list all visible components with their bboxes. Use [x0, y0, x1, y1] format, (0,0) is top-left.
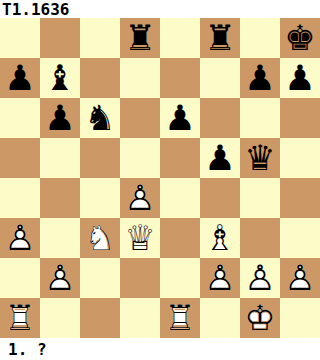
- square-e1[interactable]: ♜♖: [160, 298, 200, 338]
- square-d8[interactable]: ♜: [120, 18, 160, 58]
- move-prompt: 1. ?: [0, 338, 320, 360]
- white-pawn-outline: ♙: [280, 258, 320, 298]
- black-pawn-glyph: ♟: [40, 98, 80, 138]
- square-e2[interactable]: [160, 258, 200, 298]
- square-f5[interactable]: ♟: [200, 138, 240, 178]
- chess-diagram-page: T1.1636 ♜♜♚♟♝♟♟♟♞♟♟♛♟♙♟♙♞♘♛♕♝♗♟♙♟♙♟♙♟♙♜♖…: [0, 0, 320, 360]
- square-b3[interactable]: [40, 218, 80, 258]
- black-pawn-glyph: ♟: [200, 138, 240, 178]
- square-h7[interactable]: ♟: [280, 58, 320, 98]
- square-g5[interactable]: ♛: [240, 138, 280, 178]
- square-b5[interactable]: [40, 138, 80, 178]
- square-a1[interactable]: ♜♖: [0, 298, 40, 338]
- square-f6[interactable]: [200, 98, 240, 138]
- square-h6[interactable]: [280, 98, 320, 138]
- piece-white-pawn: ♟♙: [40, 258, 80, 298]
- piece-white-rook: ♜♖: [0, 298, 40, 338]
- piece-white-king: ♚♔: [240, 298, 280, 338]
- square-h8[interactable]: ♚: [280, 18, 320, 58]
- black-rook-glyph: ♜: [200, 18, 240, 58]
- square-a2[interactable]: [0, 258, 40, 298]
- square-h5[interactable]: [280, 138, 320, 178]
- piece-white-pawn: ♟♙: [280, 258, 320, 298]
- square-b8[interactable]: [40, 18, 80, 58]
- white-pawn-outline: ♙: [0, 218, 40, 258]
- white-rook-outline: ♖: [0, 298, 40, 338]
- square-g4[interactable]: [240, 178, 280, 218]
- square-g2[interactable]: ♟♙: [240, 258, 280, 298]
- square-e6[interactable]: ♟: [160, 98, 200, 138]
- square-f4[interactable]: [200, 178, 240, 218]
- square-c4[interactable]: [80, 178, 120, 218]
- square-f1[interactable]: [200, 298, 240, 338]
- square-d3[interactable]: ♛♕: [120, 218, 160, 258]
- black-pawn-glyph: ♟: [0, 58, 40, 98]
- square-g6[interactable]: [240, 98, 280, 138]
- square-e4[interactable]: [160, 178, 200, 218]
- square-b1[interactable]: [40, 298, 80, 338]
- square-b2[interactable]: ♟♙: [40, 258, 80, 298]
- square-c2[interactable]: [80, 258, 120, 298]
- piece-white-pawn: ♟♙: [0, 218, 40, 258]
- square-a6[interactable]: [0, 98, 40, 138]
- square-d5[interactable]: [120, 138, 160, 178]
- square-a4[interactable]: [0, 178, 40, 218]
- piece-white-bishop: ♝♗: [200, 218, 240, 258]
- black-king-glyph: ♚: [280, 18, 320, 58]
- square-e8[interactable]: [160, 18, 200, 58]
- black-knight-glyph: ♞: [80, 98, 120, 138]
- square-d1[interactable]: [120, 298, 160, 338]
- square-b7[interactable]: ♝: [40, 58, 80, 98]
- square-c3[interactable]: ♞♘: [80, 218, 120, 258]
- piece-white-pawn: ♟♙: [240, 258, 280, 298]
- black-queen-glyph: ♛: [240, 138, 280, 178]
- square-h4[interactable]: [280, 178, 320, 218]
- square-e5[interactable]: [160, 138, 200, 178]
- black-pawn-glyph: ♟: [160, 98, 200, 138]
- piece-black-king: ♚: [280, 18, 320, 58]
- white-rook-outline: ♖: [160, 298, 200, 338]
- piece-white-rook: ♜♖: [160, 298, 200, 338]
- black-rook-glyph: ♜: [120, 18, 160, 58]
- white-queen-outline: ♕: [120, 218, 160, 258]
- black-bishop-glyph: ♝: [40, 58, 80, 98]
- square-c6[interactable]: ♞: [80, 98, 120, 138]
- white-pawn-outline: ♙: [200, 258, 240, 298]
- piece-black-bishop: ♝: [40, 58, 80, 98]
- piece-black-rook: ♜: [200, 18, 240, 58]
- square-d6[interactable]: [120, 98, 160, 138]
- square-b4[interactable]: [40, 178, 80, 218]
- chess-board: ♜♜♚♟♝♟♟♟♞♟♟♛♟♙♟♙♞♘♛♕♝♗♟♙♟♙♟♙♟♙♜♖♜♖♚♔: [0, 18, 320, 338]
- piece-black-queen: ♛: [240, 138, 280, 178]
- square-a3[interactable]: ♟♙: [0, 218, 40, 258]
- square-f8[interactable]: ♜: [200, 18, 240, 58]
- square-f7[interactable]: [200, 58, 240, 98]
- square-h1[interactable]: [280, 298, 320, 338]
- square-e3[interactable]: [160, 218, 200, 258]
- square-f2[interactable]: ♟♙: [200, 258, 240, 298]
- square-b6[interactable]: ♟: [40, 98, 80, 138]
- white-pawn-outline: ♙: [40, 258, 80, 298]
- piece-white-knight: ♞♘: [80, 218, 120, 258]
- piece-white-queen: ♛♕: [120, 218, 160, 258]
- black-pawn-glyph: ♟: [280, 58, 320, 98]
- square-e7[interactable]: [160, 58, 200, 98]
- square-g8[interactable]: [240, 18, 280, 58]
- square-a5[interactable]: [0, 138, 40, 178]
- square-h2[interactable]: ♟♙: [280, 258, 320, 298]
- square-g3[interactable]: [240, 218, 280, 258]
- square-c5[interactable]: [80, 138, 120, 178]
- white-king-outline: ♔: [240, 298, 280, 338]
- black-pawn-glyph: ♟: [240, 58, 280, 98]
- square-d4[interactable]: ♟♙: [120, 178, 160, 218]
- white-pawn-outline: ♙: [120, 178, 160, 218]
- piece-black-pawn: ♟: [40, 98, 80, 138]
- square-c7[interactable]: [80, 58, 120, 98]
- square-a8[interactable]: [0, 18, 40, 58]
- piece-black-knight: ♞: [80, 98, 120, 138]
- square-c1[interactable]: [80, 298, 120, 338]
- white-bishop-outline: ♗: [200, 218, 240, 258]
- square-h3[interactable]: [280, 218, 320, 258]
- piece-white-pawn: ♟♙: [120, 178, 160, 218]
- piece-black-pawn: ♟: [0, 58, 40, 98]
- white-pawn-outline: ♙: [240, 258, 280, 298]
- piece-black-pawn: ♟: [280, 58, 320, 98]
- square-g1[interactable]: ♚♔: [240, 298, 280, 338]
- square-d2[interactable]: [120, 258, 160, 298]
- piece-black-pawn: ♟: [240, 58, 280, 98]
- white-knight-outline: ♘: [80, 218, 120, 258]
- piece-black-pawn: ♟: [200, 138, 240, 178]
- piece-black-pawn: ♟: [160, 98, 200, 138]
- square-g7[interactable]: ♟: [240, 58, 280, 98]
- piece-black-rook: ♜: [120, 18, 160, 58]
- square-c8[interactable]: [80, 18, 120, 58]
- puzzle-id: T1.1636: [0, 0, 320, 18]
- square-a7[interactable]: ♟: [0, 58, 40, 98]
- square-d7[interactable]: [120, 58, 160, 98]
- piece-white-pawn: ♟♙: [200, 258, 240, 298]
- square-f3[interactable]: ♝♗: [200, 218, 240, 258]
